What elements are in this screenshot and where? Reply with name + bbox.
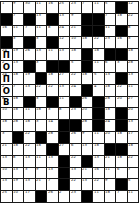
clue-number: 13	[71, 168, 76, 171]
clue-number: 21	[2, 144, 7, 147]
cell-r2c12[interactable]: 22	[128, 14, 140, 26]
cell-r9c6[interactable]: 11	[59, 97, 71, 109]
clue-number: 22	[94, 179, 99, 182]
black-cell-r5c11	[116, 49, 128, 61]
clue-number: 13	[94, 156, 99, 159]
cell-r5c3[interactable]: 26	[24, 49, 36, 61]
cell-r6c10[interactable]: 6	[105, 61, 117, 73]
cell-r5c7[interactable]: 18	[70, 49, 82, 61]
cell-r17c11[interactable]: 7	[116, 191, 128, 203]
cell-r16c2[interactable]: 19	[13, 179, 25, 191]
cell-r4c8[interactable]: 18	[82, 37, 94, 49]
cell-r7c9[interactable]: 5	[93, 73, 105, 85]
clue-number: 7	[105, 14, 107, 17]
clue-number: 13	[82, 144, 87, 147]
clue-number: 6	[71, 144, 73, 147]
clue-number: 13	[48, 168, 53, 171]
cell-r16c1[interactable]: 13	[1, 179, 13, 191]
clue-number: 25	[59, 2, 64, 5]
clue-number: 5	[105, 2, 107, 5]
cell-r14c11[interactable]: 18	[116, 156, 128, 168]
black-cell-r7c4	[36, 73, 48, 85]
cell-r11c8[interactable]: 28	[82, 120, 94, 132]
cell-r8c4[interactable]: 22	[36, 85, 48, 97]
cell-r10c1[interactable]: 10	[1, 108, 13, 120]
cell-r7c5[interactable]: 18	[47, 73, 59, 85]
clue-number: 12	[128, 2, 133, 5]
cell-r16c12[interactable]: 5	[128, 179, 140, 191]
black-cell-r5c8	[82, 49, 94, 61]
clue-number: 21	[36, 179, 41, 182]
cell-r2c7[interactable]: 9	[70, 14, 82, 26]
cell-r7c12[interactable]: 13	[128, 73, 140, 85]
clue-number: 9	[13, 2, 15, 5]
clue-number: 3	[128, 37, 130, 40]
cell-r5c1[interactable]: 24П	[1, 49, 13, 61]
clue-number: 13	[13, 61, 18, 64]
cell-r12c10[interactable]: 20	[105, 132, 117, 144]
cell-r5c5[interactable]: 11	[47, 49, 59, 61]
cell-r3c6[interactable]: 24	[59, 26, 71, 38]
black-cell-r2c8	[82, 14, 94, 26]
black-cell-r9c9	[93, 97, 105, 109]
cell-r7c2[interactable]: 18	[13, 73, 25, 85]
cell-r8c6[interactable]: 13	[59, 85, 71, 97]
clue-number: 7	[13, 14, 15, 17]
clue-number: 18	[13, 108, 18, 111]
black-cell-r2c1	[1, 14, 13, 26]
clue-number: 10	[71, 37, 76, 40]
cell-r3c5[interactable]: 8	[47, 26, 59, 38]
black-cell-r14c6	[59, 156, 71, 168]
black-cell-r6c6	[59, 61, 71, 73]
cell-r11c5[interactable]: 14	[47, 120, 59, 132]
black-cell-r3c11	[116, 26, 128, 38]
black-cell-r9c3	[24, 97, 36, 109]
clue-number: 13	[82, 179, 87, 182]
cell-r4c7[interactable]: 10	[70, 37, 82, 49]
cell-r13c1[interactable]: 21	[1, 144, 13, 156]
cell-r2c4[interactable]: 13	[36, 14, 48, 26]
clue-number: 19	[25, 73, 30, 76]
clue-number: 11	[36, 156, 41, 159]
cell-r17c2[interactable]: 10	[13, 191, 25, 203]
cell-r1c1[interactable]: 1	[1, 2, 13, 14]
cell-r17c12[interactable]: 11	[128, 191, 140, 203]
black-cell-r11c6	[59, 120, 71, 132]
clue-number: 18	[117, 14, 122, 17]
cell-r10c4[interactable]: 18	[36, 108, 48, 120]
cell-r15c1[interactable]: 10	[1, 168, 13, 180]
cell-r15c5[interactable]: 13	[47, 168, 59, 180]
clue-number: 13	[2, 156, 7, 159]
clue-number: 27	[59, 73, 64, 76]
clue-number: 7	[82, 2, 84, 5]
clue-number: 26	[25, 49, 30, 52]
cell-r15c10[interactable]: 11	[105, 168, 117, 180]
cell-r17c6[interactable]: 2	[59, 191, 71, 203]
clue-number: 20	[82, 108, 87, 111]
clue-number: 24	[59, 26, 64, 29]
cell-r1c8[interactable]: 7	[82, 2, 94, 14]
black-cell-r4c1	[1, 37, 13, 49]
cell-r5c6[interactable]: 13	[59, 49, 71, 61]
clue-number: 22	[128, 14, 133, 17]
clue-number: 9	[71, 14, 73, 17]
cell-r15c7[interactable]: 13	[70, 168, 82, 180]
cell-r5c9[interactable]: 18	[93, 49, 105, 61]
clue-number: 21	[82, 168, 87, 171]
clue-number: 11	[36, 26, 41, 29]
cell-r1c5[interactable]: 16	[47, 2, 59, 14]
clue-number: 21	[105, 156, 110, 159]
clue-number: 17	[128, 132, 133, 135]
clue-number: 19	[13, 49, 18, 52]
black-cell-r17c8	[82, 191, 94, 203]
cell-r16c7[interactable]: 22	[70, 179, 82, 191]
cell-r8c12[interactable]: 11	[128, 85, 140, 97]
black-cell-r6c8	[82, 61, 94, 73]
clue-number: 11	[48, 49, 53, 52]
cell-r9c2[interactable]: 18	[13, 97, 25, 109]
clue-number: 23	[105, 37, 110, 40]
black-cell-r9c5	[47, 97, 59, 109]
black-cell-r3c8	[82, 26, 94, 38]
cell-r13c8[interactable]: 13	[82, 144, 94, 156]
cell-r7c3[interactable]: 19	[24, 73, 36, 85]
black-cell-r17c4	[36, 191, 48, 203]
cell-r4c4[interactable]: 3	[36, 37, 48, 49]
cell-r9c4[interactable]: 3	[36, 97, 48, 109]
cell-r8c1[interactable]: 2О	[1, 85, 13, 97]
cell-r14c4[interactable]: 11	[36, 156, 48, 168]
clue-number: 28	[48, 132, 53, 135]
cell-r6c11[interactable]: 3	[116, 61, 128, 73]
cell-r5c2[interactable]: 19	[13, 49, 25, 61]
clue-number: 18	[128, 144, 133, 147]
cell-r1c12[interactable]: 12	[128, 2, 140, 14]
cell-r12c8[interactable]: 9	[82, 132, 94, 144]
given-letter: В	[1, 98, 12, 107]
clue-number: 19	[13, 179, 18, 182]
cell-r15c8[interactable]: 21	[82, 168, 94, 180]
cell-r1c9[interactable]: 11	[93, 2, 105, 14]
cell-r7c10[interactable]: 13	[105, 73, 117, 85]
clue-number: 9	[82, 132, 84, 135]
given-letter: О	[1, 87, 12, 96]
cell-r6c7[interactable]: 5	[70, 61, 82, 73]
cell-r10c12[interactable]: 20	[128, 108, 140, 120]
clue-number: 18	[71, 49, 76, 52]
cell-r6c9[interactable]: 11	[93, 61, 105, 73]
cell-r14c2[interactable]: 8	[13, 156, 25, 168]
cell-r8c11[interactable]: 22	[116, 85, 128, 97]
cell-r8c9[interactable]: 4	[93, 85, 105, 97]
black-cell-r10c9	[93, 108, 105, 120]
cell-r16c4[interactable]: 21	[36, 179, 48, 191]
clue-number: 9	[105, 179, 107, 182]
cell-r14c7[interactable]: 22	[70, 156, 82, 168]
cell-r17c10[interactable]: 18	[105, 191, 117, 203]
clue-number: 27	[128, 97, 133, 100]
cell-r12c3[interactable]: 22	[24, 132, 36, 144]
clue-number: 22	[25, 132, 30, 135]
clue-number: 13	[128, 120, 133, 123]
clue-number: 3	[36, 37, 38, 40]
clue-number: 18	[2, 120, 7, 123]
cell-r12c9[interactable]: 11	[93, 132, 105, 144]
cell-r1c6[interactable]: 25	[59, 2, 71, 14]
clue-number: 22	[71, 179, 76, 182]
cell-r14c9[interactable]: 13	[93, 156, 105, 168]
cell-r13c2[interactable]: 18	[13, 144, 25, 156]
black-cell-r11c9	[93, 120, 105, 132]
cell-r4c12[interactable]: 3	[128, 37, 140, 49]
cell-r10c10[interactable]: 18	[105, 108, 117, 120]
black-cell-r12c6	[59, 132, 71, 144]
black-cell-r11c11	[116, 120, 128, 132]
clue-number: 13	[59, 49, 64, 52]
cell-r7c7[interactable]: 22	[70, 73, 82, 85]
clue-number: 20	[105, 132, 110, 135]
clue-number: 8	[128, 26, 130, 29]
cell-r17c7[interactable]: 23	[70, 191, 82, 203]
clue-number: 3	[36, 61, 38, 64]
cell-r16c5[interactable]: 7	[47, 179, 59, 191]
cell-r15c11[interactable]: 6	[116, 168, 128, 180]
black-cell-r13c5	[47, 144, 59, 156]
clue-number: 3	[36, 120, 38, 123]
clue-number: 21	[71, 26, 76, 29]
cell-r10c2[interactable]: 18	[13, 108, 25, 120]
clue-number: 20	[117, 97, 122, 100]
cell-r12c7[interactable]: 26	[70, 132, 82, 144]
clue-number: 18	[117, 156, 122, 159]
black-cell-r12c4	[36, 132, 48, 144]
cell-r2c10[interactable]: 7	[105, 14, 117, 26]
cell-r8c7[interactable]: 24	[70, 85, 82, 97]
cell-r17c5[interactable]: 26	[47, 191, 59, 203]
cell-r9c1[interactable]: 8В	[1, 97, 13, 109]
cell-r9c11[interactable]: 20	[116, 97, 128, 109]
clue-number: 13	[25, 156, 30, 159]
cell-r12c5[interactable]: 28	[47, 132, 59, 144]
clue-number: 28	[82, 120, 87, 123]
cell-r13c7[interactable]: 6	[70, 144, 82, 156]
cell-r3c4[interactable]: 11	[36, 26, 48, 38]
cell-r5c4[interactable]: 13	[36, 49, 48, 61]
cell-r8c3[interactable]: 13	[24, 85, 36, 97]
cell-r6c12[interactable]: 28	[128, 61, 140, 73]
clue-number: 7	[128, 168, 130, 171]
clue-number: 2	[59, 191, 61, 194]
clue-number: 18	[13, 97, 18, 100]
clue-number: 18	[25, 120, 30, 123]
cell-r7c6[interactable]: 27	[59, 73, 71, 85]
clue-number: 26	[48, 191, 53, 194]
clue-number: 13	[59, 85, 64, 88]
cell-r6c2[interactable]: 13	[13, 61, 25, 73]
clue-number: 18	[48, 73, 53, 76]
cell-r13c12[interactable]: 18	[128, 144, 140, 156]
cell-r14c10[interactable]: 21	[105, 156, 117, 168]
cell-r13c4[interactable]: 18	[36, 144, 48, 156]
clue-number: 11	[59, 97, 64, 100]
clue-number: 23	[71, 2, 76, 5]
cell-r16c3[interactable]: 13	[24, 179, 36, 191]
cell-r14c5[interactable]: 13	[47, 156, 59, 168]
black-cell-r11c7	[70, 120, 82, 132]
clue-number: 11	[13, 26, 18, 29]
cell-r1c4[interactable]: 11	[36, 2, 48, 14]
cell-r11c4[interactable]: 3	[36, 120, 48, 132]
clue-number: 20	[128, 108, 133, 111]
cell-r17c9[interactable]: 11	[93, 191, 105, 203]
codeword-puzzle-page: 1930111625237115127131397182216117118242…	[0, 0, 140, 204]
cell-r3c3[interactable]: 7	[24, 26, 36, 38]
clue-number: 26	[82, 97, 87, 100]
clue-number: 18	[117, 132, 122, 135]
cell-r16c9[interactable]: 22	[93, 179, 105, 191]
black-cell-r6c5	[47, 61, 59, 73]
given-letter: П	[1, 51, 12, 60]
clue-number: 28	[105, 97, 110, 100]
black-cell-r6c3	[24, 61, 36, 73]
clue-number: 7	[48, 179, 50, 182]
cell-r15c4[interactable]: 9	[36, 168, 48, 180]
cell-r3c7[interactable]: 21	[70, 26, 82, 38]
clue-number: 22	[94, 37, 99, 40]
cell-r10c7[interactable]: 23	[70, 108, 82, 120]
cell-r11c2[interactable]: 28	[13, 120, 25, 132]
cell-r17c1[interactable]: 25	[1, 191, 13, 203]
cell-r12c12[interactable]: 17	[128, 132, 140, 144]
cell-r13c9[interactable]: 18	[93, 144, 105, 156]
clue-number: 3	[2, 132, 4, 135]
clue-number: 18	[94, 144, 99, 147]
cell-r11c10[interactable]: 24	[105, 120, 117, 132]
cell-r12c1[interactable]: 3	[1, 132, 13, 144]
cell-r4c10[interactable]: 23	[105, 37, 117, 49]
cell-r1c10[interactable]: 5	[105, 2, 117, 14]
cell-r14c1[interactable]: 13	[1, 156, 13, 168]
cell-r13c3[interactable]: 22	[24, 144, 36, 156]
cell-r14c3[interactable]: 13	[24, 156, 36, 168]
clue-number: 10	[13, 191, 18, 194]
clue-number: 18	[13, 73, 18, 76]
cell-r9c12[interactable]: 27	[128, 97, 140, 109]
cell-r7c1[interactable]: 24П	[1, 73, 13, 85]
cell-r8c10[interactable]: 18	[105, 85, 117, 97]
cell-r10c6[interactable]: 8	[59, 108, 71, 120]
cell-r10c3[interactable]: 11	[24, 108, 36, 120]
cell-r11c1[interactable]: 18	[1, 120, 13, 132]
clue-number: 18	[105, 191, 110, 194]
clue-number: 10	[2, 168, 7, 171]
cell-r2c2[interactable]: 7	[13, 14, 25, 26]
clue-number: 11	[25, 108, 30, 111]
clue-number: 16	[48, 2, 53, 5]
black-cell-r4c5	[47, 37, 59, 49]
cell-r4c6[interactable]: 12	[59, 37, 71, 49]
cell-r3c10[interactable]: 11	[105, 26, 117, 38]
black-cell-r15c6	[59, 168, 71, 180]
cell-r12c11[interactable]: 18	[116, 132, 128, 144]
cell-r8c2[interactable]: 7	[13, 85, 25, 97]
cell-r6c4[interactable]: 3	[36, 61, 48, 73]
clue-number: 3	[25, 168, 27, 171]
cell-r10c8[interactable]: 20	[82, 108, 94, 120]
cell-r3c1[interactable]: 16	[1, 26, 13, 38]
cell-r1c7[interactable]: 23	[70, 2, 82, 14]
clue-number: 28	[13, 120, 18, 123]
clue-number: 30	[25, 2, 30, 5]
cell-r3c2[interactable]: 11	[13, 26, 25, 38]
clue-number: 13	[48, 156, 53, 159]
cell-r17c3[interactable]: 17	[24, 191, 36, 203]
clue-number: 6	[117, 168, 119, 171]
cell-r9c8[interactable]: 26	[82, 97, 94, 109]
cell-r2c6[interactable]: 13	[59, 14, 71, 26]
cell-r15c12[interactable]: 7	[128, 168, 140, 180]
cell-r11c3[interactable]: 18	[24, 120, 36, 132]
cell-r15c2[interactable]: 13	[13, 168, 25, 180]
cell-r1c3[interactable]: 30	[24, 2, 36, 14]
clue-number: 3	[36, 97, 38, 100]
clue-number: 23	[71, 108, 76, 111]
clue-number: 8	[48, 26, 50, 29]
cell-r13c6[interactable]: 27	[59, 144, 71, 156]
cell-r4c2[interactable]: 3	[13, 37, 25, 49]
clue-number: 18	[128, 49, 133, 52]
cell-r10c5[interactable]: 3	[47, 108, 59, 120]
clue-number: 24	[71, 85, 76, 88]
cell-r8c5[interactable]: 22	[47, 85, 59, 97]
clue-number: 13	[13, 168, 18, 171]
cell-r11c12[interactable]: 13	[128, 120, 140, 132]
black-cell-r4c3	[24, 37, 36, 49]
cell-r9c10[interactable]: 28	[105, 97, 117, 109]
clue-number: 18	[36, 108, 41, 111]
clue-number: 18	[36, 144, 41, 147]
cell-r1c2[interactable]: 9	[13, 2, 25, 14]
cell-r4c11[interactable]: 16	[116, 37, 128, 49]
cell-r15c9[interactable]: 16	[93, 168, 105, 180]
cell-r6c1[interactable]: 2О	[1, 61, 13, 73]
cell-r16c10[interactable]: 9	[105, 179, 117, 191]
black-cell-r16c11	[116, 179, 128, 191]
clue-number: 11	[128, 85, 133, 88]
clue-number: 11	[94, 191, 99, 194]
black-cell-r14c8	[82, 156, 94, 168]
cell-r14c12[interactable]: 22	[128, 156, 140, 168]
cell-r4c9[interactable]: 22	[93, 37, 105, 49]
cell-r5c12[interactable]: 18	[128, 49, 140, 61]
cell-r15c3[interactable]: 3	[24, 168, 36, 180]
cell-r2c11[interactable]: 18	[116, 14, 128, 26]
cell-r3c12[interactable]: 8	[128, 26, 140, 38]
clue-number: 16	[94, 168, 99, 171]
clue-number: 11	[105, 26, 110, 29]
clue-number: 22	[48, 85, 53, 88]
clue-number: 13	[128, 73, 133, 76]
clue-number: 16	[117, 37, 122, 40]
clue-number: 16	[2, 26, 7, 29]
clue-number: 4	[94, 85, 96, 88]
black-cell-r9c7	[70, 97, 82, 109]
cell-r7c8[interactable]: 18	[82, 73, 94, 85]
cell-r16c8[interactable]: 13	[82, 179, 94, 191]
